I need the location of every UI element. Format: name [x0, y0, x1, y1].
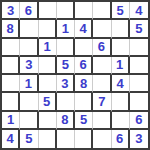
- cell-r2c1-given: 8: [2, 20, 20, 38]
- cell-r3c6-given: 6: [93, 39, 111, 57]
- cell-r8c5-empty[interactable]: [75, 130, 93, 148]
- cell-r2c2-empty[interactable]: [20, 20, 38, 38]
- cell-r7c2-empty[interactable]: [20, 112, 38, 130]
- cell-r6c8-empty[interactable]: [130, 93, 148, 111]
- cell-r3c7-empty[interactable]: [112, 39, 130, 57]
- cell-r7c5-given: 5: [75, 112, 93, 130]
- cell-r4c5-given: 6: [75, 57, 93, 75]
- cell-r7c3-empty[interactable]: [39, 112, 57, 130]
- cell-r4c1-empty[interactable]: [2, 57, 20, 75]
- cell-r1c2-given: 6: [20, 2, 38, 20]
- cell-r8c2-given: 5: [20, 130, 38, 148]
- cell-r4c7-given: 1: [112, 57, 130, 75]
- cell-r2c3-empty[interactable]: [39, 20, 57, 38]
- cell-r1c4-empty[interactable]: [57, 2, 75, 20]
- cell-r5c8-empty[interactable]: [130, 75, 148, 93]
- cell-r7c1-given: 1: [2, 112, 20, 130]
- cell-r5c4-given: 3: [57, 75, 75, 93]
- cell-r1c5-empty[interactable]: [75, 2, 93, 20]
- cell-r4c4-given: 5: [57, 57, 75, 75]
- cell-r1c6-empty[interactable]: [93, 2, 111, 20]
- cell-r7c7-empty[interactable]: [112, 112, 130, 130]
- cell-r4c3-empty[interactable]: [39, 57, 57, 75]
- cell-r7c6-empty[interactable]: [93, 112, 111, 130]
- cell-r7c8-given: 6: [130, 112, 148, 130]
- cell-r6c2-empty[interactable]: [20, 93, 38, 111]
- cell-r1c3-empty[interactable]: [39, 2, 57, 20]
- cell-r8c8-given: 3: [130, 130, 148, 148]
- cell-r3c2-empty[interactable]: [20, 39, 38, 57]
- cell-r4c8-empty[interactable]: [130, 57, 148, 75]
- cell-r8c1-given: 4: [2, 130, 20, 148]
- cell-r3c5-empty[interactable]: [75, 39, 93, 57]
- cell-r8c4-empty[interactable]: [57, 130, 75, 148]
- cell-r7c4-given: 8: [57, 112, 75, 130]
- cell-r5c5-given: 8: [75, 75, 93, 93]
- bricks-puzzle-board: 3654814516356113845718564563: [0, 0, 150, 150]
- cell-r6c3-given: 5: [39, 93, 57, 111]
- cell-r2c6-empty[interactable]: [93, 20, 111, 38]
- cell-r1c8-given: 4: [130, 2, 148, 20]
- cell-r2c7-empty[interactable]: [112, 20, 130, 38]
- cell-r6c5-empty[interactable]: [75, 93, 93, 111]
- cell-r3c1-empty[interactable]: [2, 39, 20, 57]
- cell-r5c3-empty[interactable]: [39, 75, 57, 93]
- cell-r2c4-given: 1: [57, 20, 75, 38]
- cell-r6c6-given: 7: [93, 93, 111, 111]
- cell-r6c1-empty[interactable]: [2, 93, 20, 111]
- cell-r8c3-empty[interactable]: [39, 130, 57, 148]
- cell-r5c6-empty[interactable]: [93, 75, 111, 93]
- cell-r3c8-empty[interactable]: [130, 39, 148, 57]
- cell-r5c7-given: 4: [112, 75, 130, 93]
- cell-r3c3-given: 1: [39, 39, 57, 57]
- cell-r1c1-given: 3: [2, 2, 20, 20]
- cell-r2c5-given: 4: [75, 20, 93, 38]
- cell-r4c6-empty[interactable]: [93, 57, 111, 75]
- cell-r1c7-given: 5: [112, 2, 130, 20]
- cell-r5c2-given: 1: [20, 75, 38, 93]
- cell-r8c7-given: 6: [112, 130, 130, 148]
- cell-r6c7-empty[interactable]: [112, 93, 130, 111]
- cell-r5c1-empty[interactable]: [2, 75, 20, 93]
- cell-r8c6-empty[interactable]: [93, 130, 111, 148]
- cell-r6c4-empty[interactable]: [57, 93, 75, 111]
- cell-r2c8-given: 5: [130, 20, 148, 38]
- cell-r3c4-empty[interactable]: [57, 39, 75, 57]
- cell-r4c2-given: 3: [20, 57, 38, 75]
